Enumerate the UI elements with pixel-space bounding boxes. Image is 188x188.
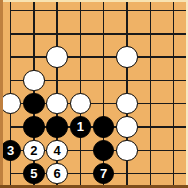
white-stone [116,46,138,68]
go-diagram: 1324567 [0,0,188,188]
white-stone: 6 [46,163,68,185]
move-number-label: 4 [53,143,60,156]
frame-edge-top [0,0,188,2]
white-stone [70,93,92,115]
white-stone: 2 [23,140,45,162]
move-number-label: 1 [77,120,84,133]
black-stone [93,140,115,162]
frame-edge-right [186,0,188,188]
black-stone: 1 [70,116,92,138]
grid-line-horizontal [10,33,186,35]
white-stone [23,70,45,92]
move-number-label: 6 [53,167,60,180]
white-stone [46,46,68,68]
frame-edge-left [0,0,3,188]
move-number-label: 2 [30,143,37,156]
grid-line-vertical [150,2,152,185]
frame-edge-bottom [0,185,188,188]
grid-line-horizontal [10,10,186,12]
move-number-label: 7 [100,167,107,180]
white-stone [0,93,21,115]
white-stone [116,93,138,115]
black-stone [46,116,68,138]
black-stone: 3 [0,140,21,162]
white-stone [46,93,68,115]
go-board: 1324567 [0,0,188,188]
grid-line-horizontal [10,56,186,58]
black-stone [23,93,45,115]
black-stone: 7 [93,163,115,185]
black-stone: 5 [23,163,45,185]
white-stone [116,140,138,162]
move-number-label: 3 [7,143,14,156]
move-number-label: 5 [30,167,37,180]
black-stone [23,116,45,138]
grid-line-vertical [173,2,175,185]
white-stone: 4 [46,140,68,162]
black-stone [93,116,115,138]
white-stone [116,116,138,138]
